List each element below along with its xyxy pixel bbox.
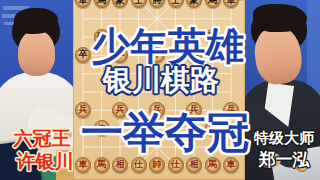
left-player-title: 六冠王 (13, 128, 71, 149)
title-line-1: 少年英雄 (92, 25, 244, 67)
title-line-2: 银川棋路 (101, 64, 219, 96)
video-thumbnail: 車馬象士將士象馬車砲砲卒卒卒卒卒兵兵兵兵兵炮炮車馬相仕帥仕相馬車 少年英雄 银川… (0, 0, 320, 180)
left-player-name: 许银川 (16, 151, 74, 172)
title-line-3: 一举夺冠 (81, 109, 249, 156)
text-overlay: 少年英雄 银川棋路 一举夺冠 六冠王 许银川 特级大师 郑一泓 (0, 0, 320, 180)
right-player-title: 特级大师 (253, 129, 315, 146)
right-player-name: 郑一泓 (258, 150, 311, 169)
